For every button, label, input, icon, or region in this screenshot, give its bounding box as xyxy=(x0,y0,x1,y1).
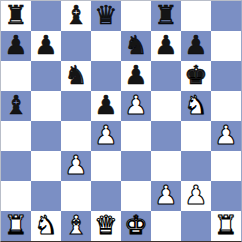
square-f7[interactable]: ♟ xyxy=(151,31,181,61)
white-pawn: ♟ xyxy=(124,92,147,118)
square-a6[interactable] xyxy=(1,61,31,91)
square-h3[interactable] xyxy=(211,151,241,181)
white-pawn: ♟ xyxy=(94,122,117,148)
black-pawn: ♟ xyxy=(124,62,147,88)
square-a5[interactable]: ♝ xyxy=(1,91,31,121)
square-a7[interactable]: ♟ xyxy=(1,31,31,61)
square-h1[interactable]: ♜ xyxy=(211,211,241,241)
square-c5[interactable] xyxy=(61,91,91,121)
square-g6[interactable]: ♚ xyxy=(181,61,211,91)
square-c4[interactable] xyxy=(61,121,91,151)
square-b5[interactable] xyxy=(31,91,61,121)
square-b6[interactable] xyxy=(31,61,61,91)
square-a3[interactable] xyxy=(1,151,31,181)
square-f3[interactable] xyxy=(151,151,181,181)
square-b4[interactable] xyxy=(31,121,61,151)
square-c7[interactable] xyxy=(61,31,91,61)
square-d3[interactable] xyxy=(91,151,121,181)
square-d2[interactable] xyxy=(91,181,121,211)
square-a1[interactable]: ♜ xyxy=(1,211,31,241)
square-b1[interactable]: ♞ xyxy=(31,211,61,241)
square-g4[interactable] xyxy=(181,121,211,151)
black-pawn: ♟ xyxy=(154,32,177,58)
square-f6[interactable] xyxy=(151,61,181,91)
black-pawn: ♟ xyxy=(4,32,27,58)
chess-board: ♜♝♛♜♟♟♞♟♟♞♟♚♝♟♟♞♟♟♟♟♟♜♞♝♛♚♜ xyxy=(0,0,242,242)
square-d4[interactable]: ♟ xyxy=(91,121,121,151)
square-b3[interactable] xyxy=(31,151,61,181)
square-e1[interactable]: ♚ xyxy=(121,211,151,241)
square-e5[interactable]: ♟ xyxy=(121,91,151,121)
black-king: ♚ xyxy=(184,62,207,88)
white-knight: ♞ xyxy=(184,92,207,118)
square-c8[interactable]: ♝ xyxy=(61,1,91,31)
square-g2[interactable]: ♟ xyxy=(181,181,211,211)
black-rook: ♜ xyxy=(4,2,27,28)
square-c6[interactable]: ♞ xyxy=(61,61,91,91)
white-king: ♚ xyxy=(124,212,147,238)
square-e3[interactable] xyxy=(121,151,151,181)
square-a2[interactable] xyxy=(1,181,31,211)
square-g3[interactable] xyxy=(181,151,211,181)
white-pawn: ♟ xyxy=(64,152,87,178)
square-b7[interactable]: ♟ xyxy=(31,31,61,61)
square-h7[interactable] xyxy=(211,31,241,61)
black-rook: ♜ xyxy=(154,2,177,28)
square-h8[interactable] xyxy=(211,1,241,31)
white-pawn: ♟ xyxy=(214,122,237,148)
square-e6[interactable]: ♟ xyxy=(121,61,151,91)
square-a8[interactable]: ♜ xyxy=(1,1,31,31)
black-queen: ♛ xyxy=(94,2,117,28)
white-bishop: ♝ xyxy=(64,212,87,238)
black-bishop: ♝ xyxy=(64,2,87,28)
square-a4[interactable] xyxy=(1,121,31,151)
square-e8[interactable] xyxy=(121,1,151,31)
square-g5[interactable]: ♞ xyxy=(181,91,211,121)
square-h5[interactable] xyxy=(211,91,241,121)
white-rook: ♜ xyxy=(214,212,237,238)
square-b8[interactable] xyxy=(31,1,61,31)
black-pawn: ♟ xyxy=(184,32,207,58)
white-queen: ♛ xyxy=(94,212,117,238)
square-d6[interactable] xyxy=(91,61,121,91)
square-f2[interactable]: ♟ xyxy=(151,181,181,211)
white-pawn: ♟ xyxy=(154,182,177,208)
square-f4[interactable] xyxy=(151,121,181,151)
white-pawn: ♟ xyxy=(184,182,207,208)
square-e7[interactable]: ♞ xyxy=(121,31,151,61)
square-d8[interactable]: ♛ xyxy=(91,1,121,31)
square-e4[interactable] xyxy=(121,121,151,151)
square-h6[interactable] xyxy=(211,61,241,91)
square-b2[interactable] xyxy=(31,181,61,211)
square-c3[interactable]: ♟ xyxy=(61,151,91,181)
white-knight: ♞ xyxy=(34,212,57,238)
square-f5[interactable] xyxy=(151,91,181,121)
square-d5[interactable]: ♟ xyxy=(91,91,121,121)
square-d7[interactable] xyxy=(91,31,121,61)
square-f1[interactable] xyxy=(151,211,181,241)
white-rook: ♜ xyxy=(4,212,27,238)
black-knight: ♞ xyxy=(124,32,147,58)
square-g8[interactable] xyxy=(181,1,211,31)
square-e2[interactable] xyxy=(121,181,151,211)
square-d1[interactable]: ♛ xyxy=(91,211,121,241)
black-pawn: ♟ xyxy=(94,92,117,118)
square-f8[interactable]: ♜ xyxy=(151,1,181,31)
square-h4[interactable]: ♟ xyxy=(211,121,241,151)
square-c1[interactable]: ♝ xyxy=(61,211,91,241)
black-knight: ♞ xyxy=(64,62,87,88)
square-c2[interactable] xyxy=(61,181,91,211)
black-pawn: ♟ xyxy=(34,32,57,58)
square-g7[interactable]: ♟ xyxy=(181,31,211,61)
black-bishop: ♝ xyxy=(4,92,27,118)
square-h2[interactable] xyxy=(211,181,241,211)
square-g1[interactable] xyxy=(181,211,211,241)
